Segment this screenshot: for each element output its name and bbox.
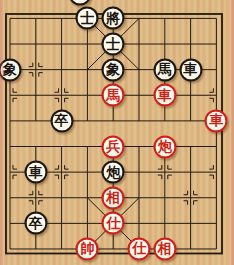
piece-red-elephant-g1[interactable]: 相 xyxy=(153,237,176,260)
piece-red-advisor-f1[interactable]: 仕 xyxy=(128,237,151,260)
piece-glyph: 馬 xyxy=(106,88,120,102)
piece-glyph: 仕 xyxy=(132,241,146,255)
piece-red-soldier-e5[interactable]: 兵 xyxy=(102,135,125,158)
piece-red-advisor-e2[interactable]: 仕 xyxy=(102,212,125,235)
piece-glyph: 將 xyxy=(106,11,120,25)
piece-black-soldier-c6[interactable]: 卒 xyxy=(50,109,73,132)
xiangqi-board[interactable]: 士將士象象馬車馬車卒車兵炮車炮相卒仕帥仕相 xyxy=(0,0,234,265)
piece-glyph: 相 xyxy=(158,241,172,255)
piece-glyph: 炮 xyxy=(106,165,120,179)
piece-black-general-e10[interactable]: 將 xyxy=(102,7,125,30)
piece-red-elephant-e3[interactable]: 相 xyxy=(102,186,125,209)
piece-black-chariot-h8[interactable]: 車 xyxy=(179,58,202,81)
piece-glyph: 馬 xyxy=(158,62,172,76)
piece-glyph: 帥 xyxy=(80,241,94,255)
piece-glyph: 象 xyxy=(106,62,120,76)
piece-glyph: 象 xyxy=(3,62,17,76)
piece-glyph: 相 xyxy=(106,190,120,204)
piece-black-horse-g8[interactable]: 馬 xyxy=(153,58,176,81)
piece-glyph: 仕 xyxy=(106,216,120,230)
piece-glyph: 車 xyxy=(29,165,43,179)
pieces-layer: 士將士象象馬車馬車卒車兵炮車炮相卒仕帥仕相 xyxy=(0,0,234,265)
piece-glyph: 士 xyxy=(106,37,120,51)
piece-black-elephant-a8[interactable]: 象 xyxy=(0,58,22,81)
piece-black-advisor-d10[interactable]: 士 xyxy=(76,7,99,30)
piece-red-cannon-g5[interactable]: 炮 xyxy=(153,135,176,158)
piece-glyph: 車 xyxy=(158,88,172,102)
piece-black-cannon-e4[interactable]: 炮 xyxy=(102,161,125,184)
piece-red-chariot-i6[interactable]: 車 xyxy=(205,109,228,132)
piece-black-soldier-b2[interactable]: 卒 xyxy=(24,212,47,235)
piece-glyph: 卒 xyxy=(55,113,69,127)
piece-glyph: 車 xyxy=(209,113,223,127)
piece-glyph: 炮 xyxy=(158,139,172,153)
piece-red-chariot-g7[interactable]: 車 xyxy=(153,84,176,107)
piece-black-chariot-b4[interactable]: 車 xyxy=(24,161,47,184)
piece-glyph: 車 xyxy=(184,62,198,76)
piece-black-elephant-e8[interactable]: 象 xyxy=(102,58,125,81)
piece-black-advisor-e9[interactable]: 士 xyxy=(102,33,125,56)
piece-red-general-d1[interactable]: 帥 xyxy=(76,237,99,260)
piece-red-horse-e7[interactable]: 馬 xyxy=(102,84,125,107)
piece-cutoff-top[interactable] xyxy=(69,0,92,6)
piece-glyph: 士 xyxy=(80,11,94,25)
piece-glyph: 卒 xyxy=(29,216,43,230)
piece-glyph: 兵 xyxy=(106,139,120,153)
